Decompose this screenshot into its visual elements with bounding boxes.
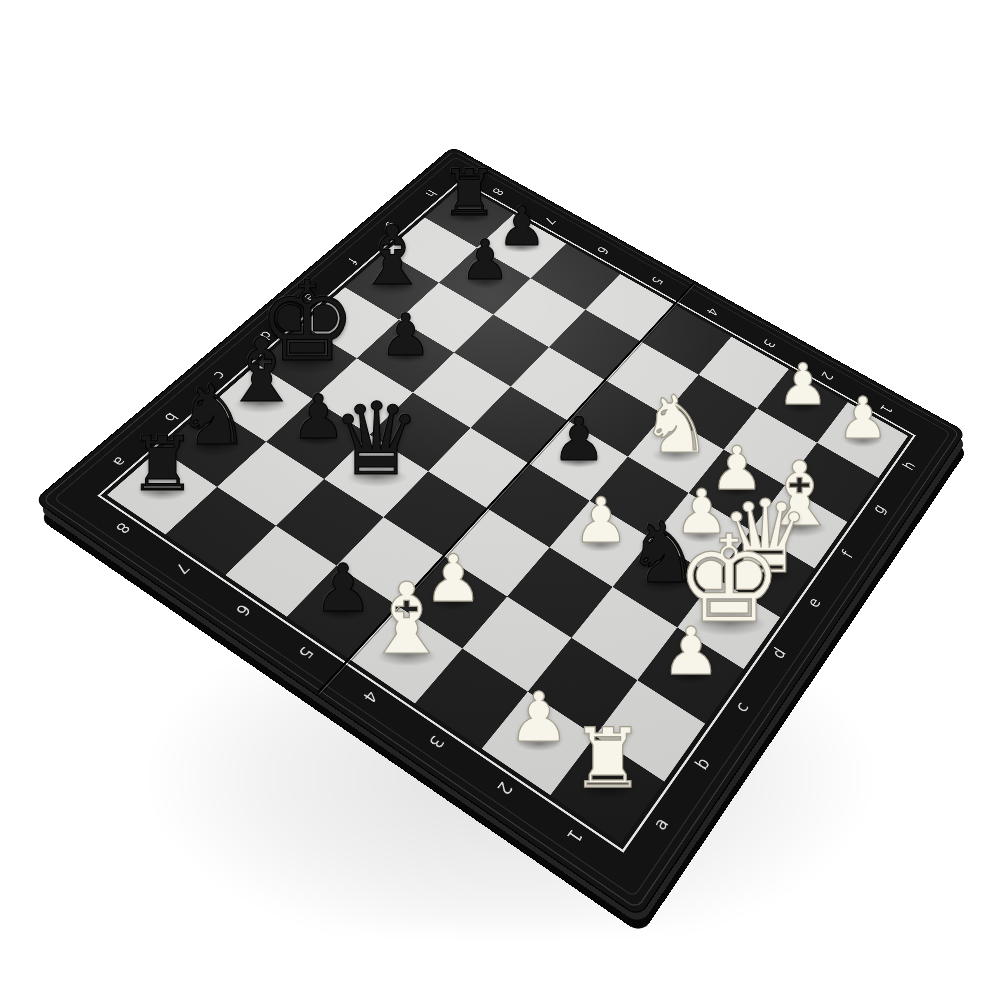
file-label-top-d: d [257,329,275,342]
file-label-bottom-h: h [901,459,918,472]
rank-label-left-6: 6 [232,601,253,617]
rank-label-right-8: 8 [489,186,505,197]
rank-label-left-2: 2 [493,778,515,797]
rank-label-left-1: 1 [563,826,585,845]
file-label-top-e: e [301,291,318,303]
file-label-top-g: g [384,221,401,232]
rank-label-right-7: 7 [541,215,557,226]
scene: aa88bb77cc66dd55ee44ff33gg22hh11 ♜♞♝♚♝♜♟… [0,0,1000,1000]
file-label-bottom-b: b [693,755,714,773]
file-label-bottom-c: c [733,699,752,715]
rank-label-right-3: 3 [760,337,777,349]
file-label-bottom-a: a [651,815,672,834]
rank-label-right-1: 1 [877,402,894,415]
file-label-top-b: b [161,410,180,424]
file-label-top-f: f [344,256,359,265]
rank-label-left-7: 7 [171,560,191,576]
file-label-bottom-d: d [770,646,790,662]
file-label-top-c: c [210,369,228,382]
rank-label-left-5: 5 [294,644,315,661]
rank-label-right-2: 2 [818,369,835,381]
file-label-bottom-g: g [871,502,889,516]
rank-label-left-8: 8 [112,520,132,535]
rank-label-right-4: 4 [703,305,720,317]
file-label-bottom-f: f [840,549,856,561]
file-label-bottom-e: e [805,595,824,610]
rank-label-right-5: 5 [648,274,664,286]
file-label-top-a: a [109,455,128,469]
file-label-top-h: h [422,188,438,199]
rank-label-left-3: 3 [425,732,446,750]
rank-label-right-6: 6 [594,244,610,255]
rank-label-left-4: 4 [359,687,380,704]
